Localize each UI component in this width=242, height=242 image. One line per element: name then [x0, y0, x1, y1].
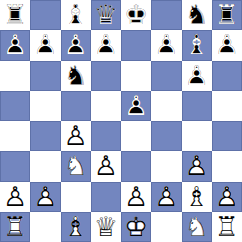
square-d8[interactable]: ♛♕	[91, 0, 121, 30]
square-f6[interactable]	[151, 61, 181, 91]
square-e7[interactable]	[121, 30, 151, 60]
chess-board: ♜♖♝♗♛♕♚♔♞♘♜♖♟♙♟♙♟♙♟♙♟♙♝♗♟♙♞♘♟♙♟♙♟♙♞♘♟♙♟♙…	[0, 0, 242, 242]
piece-outline-glyph: ♗	[185, 30, 209, 60]
piece-outline-glyph: ♙	[215, 182, 239, 212]
black-pawn[interactable]: ♟♙	[30, 30, 60, 60]
white-pawn[interactable]: ♟♙	[212, 182, 242, 212]
piece-outline-glyph: ♙	[124, 91, 148, 121]
square-h2[interactable]: ♟♙	[212, 182, 242, 212]
white-king[interactable]: ♚♔	[121, 212, 151, 242]
black-pawn[interactable]: ♟♙	[61, 30, 91, 60]
black-knight[interactable]: ♞♘	[61, 61, 91, 91]
piece-outline-glyph: ♙	[64, 121, 88, 151]
square-a3[interactable]	[0, 151, 30, 181]
piece-outline-glyph: ♘	[64, 61, 88, 91]
piece-outline-glyph: ♙	[64, 30, 88, 60]
square-c8[interactable]: ♝♗	[61, 0, 91, 30]
white-bishop[interactable]: ♝♗	[61, 212, 91, 242]
square-g8[interactable]: ♞♘	[182, 0, 212, 30]
square-d5[interactable]	[91, 91, 121, 121]
square-d6[interactable]	[91, 61, 121, 91]
black-pawn[interactable]: ♟♙	[212, 30, 242, 60]
piece-outline-glyph: ♖	[215, 0, 239, 30]
square-f5[interactable]	[151, 91, 181, 121]
piece-outline-glyph: ♘	[64, 151, 88, 181]
white-rook[interactable]: ♜♖	[0, 212, 30, 242]
square-h8[interactable]: ♜♖	[212, 0, 242, 30]
piece-outline-glyph: ♙	[124, 182, 148, 212]
black-pawn[interactable]: ♟♙	[182, 61, 212, 91]
square-f4[interactable]	[151, 121, 181, 151]
square-b1[interactable]	[30, 212, 60, 242]
black-queen[interactable]: ♛♕	[91, 0, 121, 30]
square-d3[interactable]: ♟♙	[91, 151, 121, 181]
black-pawn[interactable]: ♟♙	[151, 30, 181, 60]
square-b4[interactable]	[30, 121, 60, 151]
piece-outline-glyph: ♙	[185, 61, 209, 91]
square-f3[interactable]	[151, 151, 181, 181]
piece-outline-glyph: ♙	[154, 30, 178, 60]
piece-outline-glyph: ♖	[215, 212, 239, 242]
square-g4[interactable]	[182, 121, 212, 151]
square-e3[interactable]	[121, 151, 151, 181]
piece-outline-glyph: ♖	[3, 0, 27, 30]
white-pawn[interactable]: ♟♙	[0, 182, 30, 212]
square-b8[interactable]	[30, 0, 60, 30]
piece-outline-glyph: ♗	[64, 0, 88, 30]
square-b2[interactable]: ♟♙	[30, 182, 60, 212]
piece-outline-glyph: ♙	[33, 30, 57, 60]
white-pawn[interactable]: ♟♙	[30, 182, 60, 212]
square-a7[interactable]: ♟♙	[0, 30, 30, 60]
white-knight[interactable]: ♞♘	[182, 212, 212, 242]
piece-outline-glyph: ♙	[3, 182, 27, 212]
piece-outline-glyph: ♕	[94, 212, 118, 242]
square-b6[interactable]	[30, 61, 60, 91]
square-g2[interactable]: ♝♗	[182, 182, 212, 212]
white-bishop[interactable]: ♝♗	[182, 182, 212, 212]
white-rook[interactable]: ♜♖	[212, 212, 242, 242]
square-d2[interactable]	[91, 182, 121, 212]
square-c3[interactable]: ♞♘	[61, 151, 91, 181]
piece-outline-glyph: ♗	[64, 212, 88, 242]
square-e6[interactable]	[121, 61, 151, 91]
white-knight[interactable]: ♞♘	[61, 151, 91, 181]
square-d4[interactable]	[91, 121, 121, 151]
piece-outline-glyph: ♕	[94, 0, 118, 30]
black-pawn[interactable]: ♟♙	[91, 30, 121, 60]
white-pawn[interactable]: ♟♙	[61, 121, 91, 151]
square-b3[interactable]	[30, 151, 60, 181]
square-g3[interactable]: ♟♙	[182, 151, 212, 181]
square-h7[interactable]: ♟♙	[212, 30, 242, 60]
square-h6[interactable]	[212, 61, 242, 91]
square-a8[interactable]: ♜♖	[0, 0, 30, 30]
black-pawn[interactable]: ♟♙	[121, 91, 151, 121]
black-knight[interactable]: ♞♘	[182, 0, 212, 30]
square-f7[interactable]: ♟♙	[151, 30, 181, 60]
square-a2[interactable]: ♟♙	[0, 182, 30, 212]
square-g6[interactable]: ♟♙	[182, 61, 212, 91]
square-c6[interactable]: ♞♘	[61, 61, 91, 91]
white-queen[interactable]: ♛♕	[91, 212, 121, 242]
piece-outline-glyph: ♘	[185, 0, 209, 30]
square-f8[interactable]	[151, 0, 181, 30]
square-g1[interactable]: ♞♘	[182, 212, 212, 242]
square-h4[interactable]	[212, 121, 242, 151]
square-g7[interactable]: ♝♗	[182, 30, 212, 60]
square-a6[interactable]	[0, 61, 30, 91]
piece-outline-glyph: ♙	[94, 151, 118, 181]
piece-outline-glyph: ♙	[215, 30, 239, 60]
square-h5[interactable]	[212, 91, 242, 121]
square-e4[interactable]	[121, 121, 151, 151]
square-c1[interactable]: ♝♗	[61, 212, 91, 242]
square-d7[interactable]: ♟♙	[91, 30, 121, 60]
piece-outline-glyph: ♔	[124, 0, 148, 30]
square-e5[interactable]: ♟♙	[121, 91, 151, 121]
square-c7[interactable]: ♟♙	[61, 30, 91, 60]
black-king[interactable]: ♚♔	[121, 0, 151, 30]
piece-outline-glyph: ♙	[3, 30, 27, 60]
square-f2[interactable]: ♟♙	[151, 182, 181, 212]
piece-outline-glyph: ♗	[185, 182, 209, 212]
white-pawn[interactable]: ♟♙	[151, 182, 181, 212]
square-b7[interactable]: ♟♙	[30, 30, 60, 60]
piece-outline-glyph: ♙	[33, 182, 57, 212]
square-c4[interactable]: ♟♙	[61, 121, 91, 151]
piece-outline-glyph: ♙	[185, 151, 209, 181]
square-a4[interactable]	[0, 121, 30, 151]
white-pawn[interactable]: ♟♙	[121, 182, 151, 212]
square-e8[interactable]: ♚♔	[121, 0, 151, 30]
square-h1[interactable]: ♜♖	[212, 212, 242, 242]
square-e2[interactable]: ♟♙	[121, 182, 151, 212]
black-rook[interactable]: ♜♖	[212, 0, 242, 30]
square-d1[interactable]: ♛♕	[91, 212, 121, 242]
square-a1[interactable]: ♜♖	[0, 212, 30, 242]
square-c2[interactable]	[61, 182, 91, 212]
square-g5[interactable]	[182, 91, 212, 121]
square-c5[interactable]	[61, 91, 91, 121]
piece-outline-glyph: ♖	[3, 212, 27, 242]
square-b5[interactable]	[30, 91, 60, 121]
square-f1[interactable]	[151, 212, 181, 242]
square-h3[interactable]	[212, 151, 242, 181]
piece-outline-glyph: ♙	[94, 30, 118, 60]
piece-outline-glyph: ♙	[154, 182, 178, 212]
square-e1[interactable]: ♚♔	[121, 212, 151, 242]
black-rook[interactable]: ♜♖	[0, 0, 30, 30]
piece-outline-glyph: ♘	[185, 212, 209, 242]
white-pawn[interactable]: ♟♙	[91, 151, 121, 181]
black-pawn[interactable]: ♟♙	[0, 30, 30, 60]
black-bishop[interactable]: ♝♗	[61, 0, 91, 30]
white-pawn[interactable]: ♟♙	[182, 151, 212, 181]
piece-outline-glyph: ♔	[124, 212, 148, 242]
black-bishop[interactable]: ♝♗	[182, 30, 212, 60]
square-a5[interactable]	[0, 91, 30, 121]
